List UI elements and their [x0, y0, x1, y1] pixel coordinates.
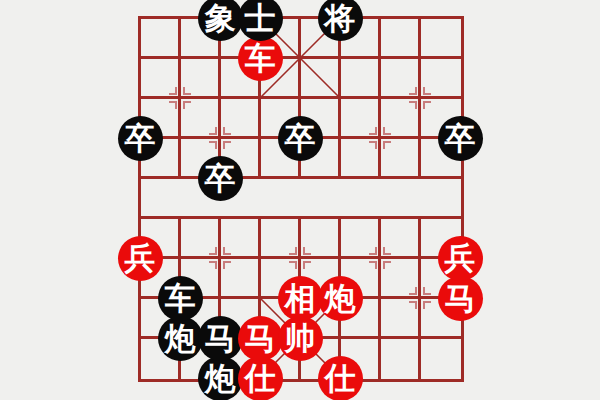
piece-black-chariot[interactable]: 车	[158, 276, 203, 321]
piece-red-chariot[interactable]: 车	[238, 36, 283, 81]
piece-black-pawn[interactable]: 卒	[118, 116, 163, 161]
piece-red-advisor[interactable]: 仕	[318, 356, 363, 400]
piece-red-horse[interactable]: 马	[438, 276, 483, 321]
piece-black-pawn[interactable]: 卒	[438, 116, 483, 161]
piece-black-general[interactable]: 将	[318, 0, 363, 41]
piece-red-cannon[interactable]: 炮	[318, 276, 363, 321]
piece-black-cannon[interactable]: 炮	[158, 316, 203, 361]
piece-red-pawn[interactable]: 兵	[118, 236, 163, 281]
piece-red-horse[interactable]: 马	[238, 316, 283, 361]
app-background: 炮仕仕炮马马帅车相炮马兵兵卒卒卒卒车象士将	[0, 0, 600, 400]
piece-red-advisor[interactable]: 仕	[238, 356, 283, 400]
piece-red-general[interactable]: 帅	[278, 316, 323, 361]
xiangqi-board[interactable]: 炮仕仕炮马马帅车相炮马兵兵卒卒卒卒车象士将	[140, 18, 460, 378]
piece-black-advisor[interactable]: 士	[238, 0, 283, 41]
piece-black-horse[interactable]: 马	[198, 316, 243, 361]
pieces-layer: 炮仕仕炮马马帅车相炮马兵兵卒卒卒卒车象士将	[140, 18, 460, 378]
piece-black-elephant[interactable]: 象	[198, 0, 243, 41]
piece-black-cannon[interactable]: 炮	[198, 356, 243, 400]
piece-black-pawn[interactable]: 卒	[198, 156, 243, 201]
piece-red-elephant[interactable]: 相	[278, 276, 323, 321]
piece-red-pawn[interactable]: 兵	[438, 236, 483, 281]
piece-black-pawn[interactable]: 卒	[278, 116, 323, 161]
